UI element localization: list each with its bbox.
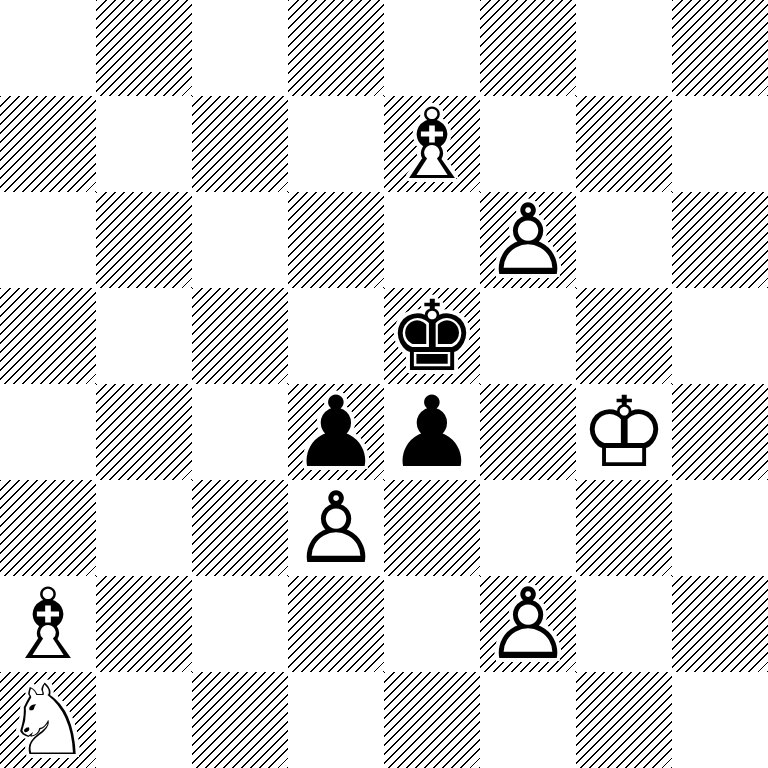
- square-g2[interactable]: [576, 576, 672, 672]
- piece-glyph-outline: ♙: [480, 576, 576, 672]
- piece-glyph-fill: ♟: [288, 384, 384, 480]
- black-king-e5[interactable]: ♚: [384, 288, 480, 384]
- chess-board: ♝♗♟♙♚♟♟♚♔♟♙♝♗♟♙♞♘: [0, 0, 768, 768]
- square-a4[interactable]: [0, 384, 96, 480]
- white-pawn-d3[interactable]: ♟♙: [288, 480, 384, 576]
- square-h7[interactable]: [672, 96, 768, 192]
- white-pawn-f2[interactable]: ♟♙: [480, 576, 576, 672]
- piece-glyph-fill: ♟: [384, 384, 480, 480]
- square-g3[interactable]: [576, 480, 672, 576]
- square-g1[interactable]: [576, 672, 672, 768]
- white-bishop-e7[interactable]: ♝♗: [384, 96, 480, 192]
- piece-glyph-outline: ♔: [576, 384, 672, 480]
- square-b8[interactable]: [96, 0, 192, 96]
- square-h5[interactable]: [672, 288, 768, 384]
- square-e7[interactable]: ♝♗: [384, 96, 480, 192]
- square-f3[interactable]: [480, 480, 576, 576]
- square-g4[interactable]: ♚♔: [576, 384, 672, 480]
- white-king-g4[interactable]: ♚♔: [576, 384, 672, 480]
- square-e2[interactable]: [384, 576, 480, 672]
- square-f5[interactable]: [480, 288, 576, 384]
- square-a7[interactable]: [0, 96, 96, 192]
- square-f1[interactable]: [480, 672, 576, 768]
- piece-glyph-outline: ♙: [288, 480, 384, 576]
- piece-glyph-fill: ♚: [384, 288, 480, 384]
- square-d7[interactable]: [288, 96, 384, 192]
- square-h1[interactable]: [672, 672, 768, 768]
- square-h4[interactable]: [672, 384, 768, 480]
- piece-glyph-outline: ♘: [0, 672, 96, 768]
- square-e5[interactable]: ♚: [384, 288, 480, 384]
- square-h3[interactable]: [672, 480, 768, 576]
- square-c7[interactable]: [192, 96, 288, 192]
- black-pawn-e4[interactable]: ♟: [384, 384, 480, 480]
- square-d3[interactable]: ♟♙: [288, 480, 384, 576]
- square-f8[interactable]: [480, 0, 576, 96]
- square-a2[interactable]: ♝♗: [0, 576, 96, 672]
- white-pawn-f6[interactable]: ♟♙: [480, 192, 576, 288]
- square-h8[interactable]: [672, 0, 768, 96]
- white-bishop-a2[interactable]: ♝♗: [0, 576, 96, 672]
- square-e8[interactable]: [384, 0, 480, 96]
- square-f6[interactable]: ♟♙: [480, 192, 576, 288]
- square-e1[interactable]: [384, 672, 480, 768]
- square-b5[interactable]: [96, 288, 192, 384]
- square-a8[interactable]: [0, 0, 96, 96]
- square-b4[interactable]: [96, 384, 192, 480]
- square-c2[interactable]: [192, 576, 288, 672]
- square-c6[interactable]: [192, 192, 288, 288]
- square-b1[interactable]: [96, 672, 192, 768]
- square-d5[interactable]: [288, 288, 384, 384]
- square-g8[interactable]: [576, 0, 672, 96]
- square-c5[interactable]: [192, 288, 288, 384]
- square-d6[interactable]: [288, 192, 384, 288]
- square-e4[interactable]: ♟: [384, 384, 480, 480]
- square-b2[interactable]: [96, 576, 192, 672]
- piece-glyph-outline: ♙: [480, 192, 576, 288]
- square-d8[interactable]: [288, 0, 384, 96]
- square-d1[interactable]: [288, 672, 384, 768]
- white-knight-a1[interactable]: ♞♘: [0, 672, 96, 768]
- square-g7[interactable]: [576, 96, 672, 192]
- square-f7[interactable]: [480, 96, 576, 192]
- square-f4[interactable]: [480, 384, 576, 480]
- piece-glyph-outline: ♗: [384, 96, 480, 192]
- square-c3[interactable]: [192, 480, 288, 576]
- square-e6[interactable]: [384, 192, 480, 288]
- square-a1[interactable]: ♞♘: [0, 672, 96, 768]
- square-g5[interactable]: [576, 288, 672, 384]
- square-f2[interactable]: ♟♙: [480, 576, 576, 672]
- square-a5[interactable]: [0, 288, 96, 384]
- square-b6[interactable]: [96, 192, 192, 288]
- square-c4[interactable]: [192, 384, 288, 480]
- square-e3[interactable]: [384, 480, 480, 576]
- square-h6[interactable]: [672, 192, 768, 288]
- square-d4[interactable]: ♟: [288, 384, 384, 480]
- square-b3[interactable]: [96, 480, 192, 576]
- square-b7[interactable]: [96, 96, 192, 192]
- piece-glyph-outline: ♗: [0, 576, 96, 672]
- square-c1[interactable]: [192, 672, 288, 768]
- square-d2[interactable]: [288, 576, 384, 672]
- square-h2[interactable]: [672, 576, 768, 672]
- square-g6[interactable]: [576, 192, 672, 288]
- black-pawn-d4[interactable]: ♟: [288, 384, 384, 480]
- square-c8[interactable]: [192, 0, 288, 96]
- square-a6[interactable]: [0, 192, 96, 288]
- square-a3[interactable]: [0, 480, 96, 576]
